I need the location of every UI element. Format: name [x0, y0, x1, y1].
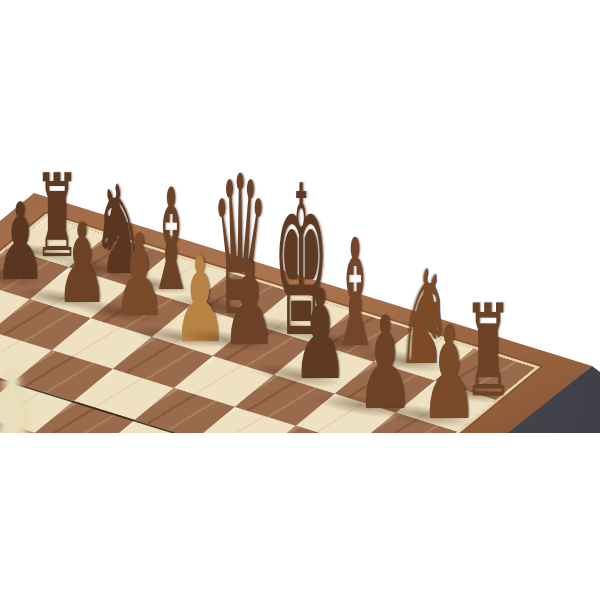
pawn-glyph: ♟ — [222, 245, 276, 362]
pawn-glyph: ♟ — [420, 311, 477, 439]
pawn-glyph: ♟ — [292, 274, 348, 398]
photo-crop-white-band — [0, 433, 600, 600]
pawn-glyph: ♟ — [0, 190, 45, 296]
chess-set-product-photo: ♜ ♞ ♝ ♛ ♚ ♝ ♞ ♜ ♟ ♟ ♟ ♟ ♟ ♟ ♟ ♟ ♟ — [0, 0, 600, 600]
pawn-glyph: ♟ — [113, 220, 165, 333]
